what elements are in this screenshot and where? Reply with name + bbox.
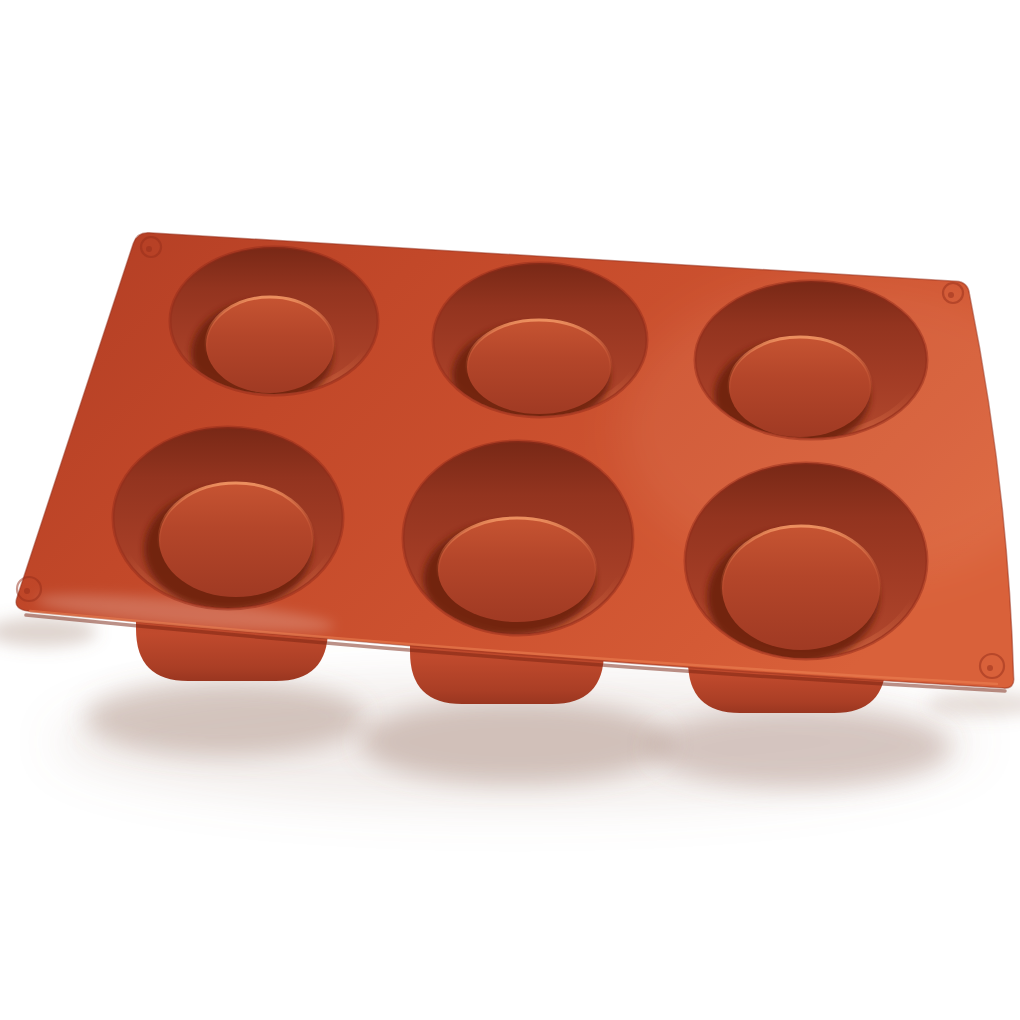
cavity-front-left (113, 427, 343, 611)
ground-shadow (927, 691, 1020, 717)
ground-shadow (650, 708, 950, 788)
cavity-floor-disc (159, 483, 313, 597)
cavity-floor-disc (206, 297, 334, 393)
cavity-floor-disc (722, 526, 880, 650)
cavity-floor-disc (467, 320, 611, 414)
cavity-floor-disc (729, 337, 871, 437)
product-photo-stage (0, 0, 1020, 1020)
product-photo (0, 0, 1020, 1020)
ground-shadow (85, 680, 365, 756)
cavity-front-middle (403, 441, 633, 636)
ground-shadow (360, 700, 670, 784)
cavity-floor-disc (438, 518, 596, 622)
